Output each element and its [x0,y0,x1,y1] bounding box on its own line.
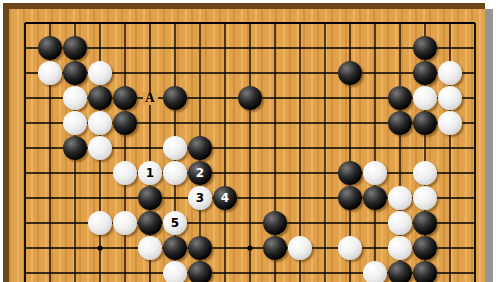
white-stone [163,136,187,160]
black-stone [38,36,62,60]
white-stone [388,211,412,235]
white-stone [88,111,112,135]
white-stone [438,86,462,110]
black-stone [88,86,112,110]
black-stone: 4 [213,186,237,210]
black-stone [413,236,437,260]
black-stone [63,136,87,160]
black-stone [63,36,87,60]
black-stone [363,186,387,210]
black-stone [338,161,362,185]
move-number-4: 4 [221,192,229,204]
move-number-5: 5 [171,217,179,229]
white-stone [413,161,437,185]
move-number-1: 1 [146,167,154,179]
white-stone [413,186,437,210]
stones-layer: A12345 [13,11,488,282]
black-stone [413,111,437,135]
white-stone [163,261,187,282]
white-stone [63,111,87,135]
white-stone [138,236,162,260]
white-stone [388,186,412,210]
black-stone [263,236,287,260]
white-stone [363,161,387,185]
white-stone [288,236,312,260]
white-stone [413,86,437,110]
black-stone [188,136,212,160]
white-stone [38,61,62,85]
black-stone [113,111,137,135]
black-stone [163,236,187,260]
page: A12345 [0,0,500,282]
white-stone [438,111,462,135]
black-stone [338,186,362,210]
black-stone [163,86,187,110]
black-stone [63,61,87,85]
white-stone [113,211,137,235]
black-stone [188,236,212,260]
white-stone [88,61,112,85]
black-stone [413,36,437,60]
black-stone: 2 [188,161,212,185]
white-stone [113,161,137,185]
black-stone [413,211,437,235]
move-number-3: 3 [196,192,204,204]
white-stone [363,261,387,282]
white-stone [88,211,112,235]
black-stone [413,261,437,282]
black-stone [238,86,262,110]
white-stone: 3 [188,186,212,210]
black-stone [113,86,137,110]
white-stone [338,236,362,260]
black-stone [413,61,437,85]
black-stone [138,186,162,210]
black-stone [388,111,412,135]
black-stone [188,261,212,282]
white-stone [88,136,112,160]
black-stone [138,211,162,235]
white-stone [438,61,462,85]
white-stone: 1 [138,161,162,185]
white-stone: 5 [163,211,187,235]
black-stone [338,61,362,85]
white-stone [163,161,187,185]
white-stone [63,86,87,110]
black-stone [263,211,287,235]
white-stone [388,236,412,260]
black-stone [388,86,412,110]
move-number-2: 2 [196,167,204,179]
black-stone [388,261,412,282]
point-label-a: A [143,92,158,105]
